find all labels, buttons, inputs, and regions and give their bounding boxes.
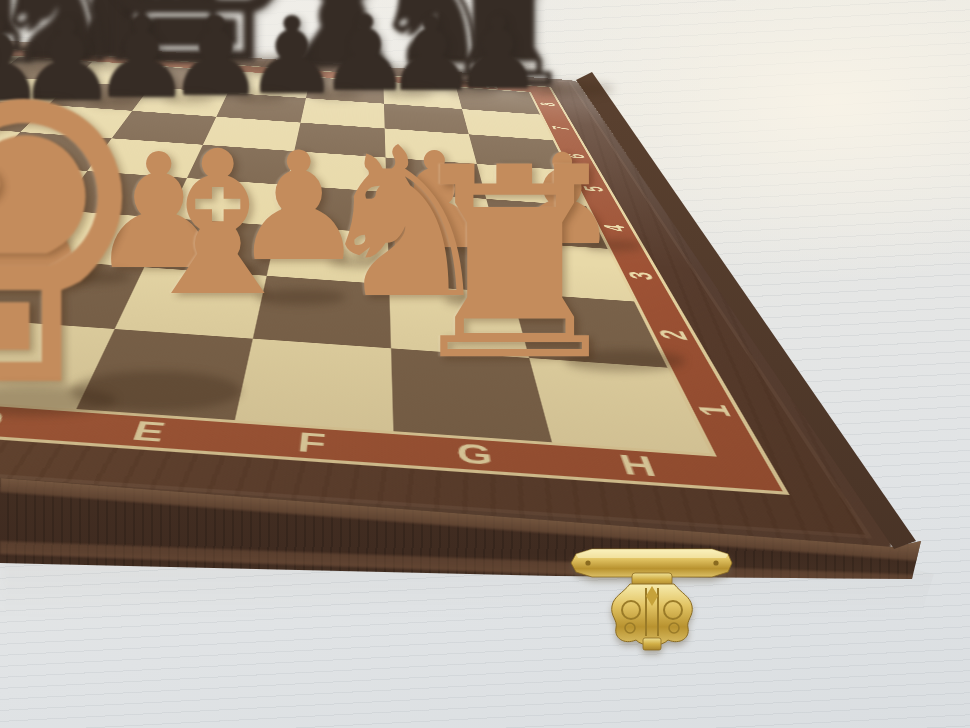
photo-chessboard-scene: AABBCCDDEEFFGGHH1122334455667788: [0, 0, 970, 728]
brass-clasp-icon[interactable]: [566, 540, 738, 656]
